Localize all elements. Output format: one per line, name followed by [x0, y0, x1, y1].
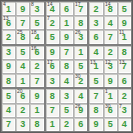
sudoku-cell-r7c8[interactable]: 11 [104, 89, 117, 102]
cell-digit: 5 [93, 77, 98, 86]
cell-digit: 3 [50, 77, 55, 86]
sudoku-cell-r5c5[interactable]: 8 [60, 60, 73, 73]
cell-digit: 8 [78, 19, 83, 28]
sudoku-cell-r7c1[interactable]: 5 [2, 89, 15, 102]
cell-digit: 8 [6, 77, 11, 86]
sudoku-cell-r6c2[interactable]: 1 [16, 74, 29, 87]
cell-digit: 2 [93, 5, 98, 14]
cage-sum-label: 30 [75, 74, 81, 79]
cell-digit: 5 [108, 120, 113, 129]
sudoku-cell-r5c2[interactable]: 4 [16, 60, 29, 73]
sudoku-cell-r2c9[interactable]: 9 [118, 16, 131, 29]
cage-sum-label: 14 [47, 2, 53, 7]
sudoku-block-r3c2: 83475269126 [46, 89, 88, 131]
sudoku-cell-r2c6[interactable]: 8 [74, 16, 87, 29]
cell-digit: 3 [93, 19, 98, 28]
cell-digit: 4 [122, 120, 127, 129]
sudoku-cell-r6c3[interactable]: 7 [30, 74, 43, 87]
sudoku-cell-r7c2[interactable]: 206 [16, 89, 29, 102]
sudoku-cell-r9c4[interactable]: 1 [46, 118, 59, 131]
cell-digit: 1 [6, 5, 11, 14]
cell-digit: 2 [122, 92, 127, 101]
cell-digit: 3 [20, 120, 25, 129]
cell-digit: 7 [108, 33, 113, 42]
sudoku-cell-r7c3[interactable]: 9 [30, 89, 43, 102]
sudoku-cell-r4c3[interactable]: 166 [30, 46, 43, 59]
sudoku-cell-r8c3[interactable]: 1 [30, 104, 43, 117]
cage-sum-label: 4 [3, 2, 6, 7]
sudoku-cell-r7c4[interactable]: 8 [46, 89, 59, 102]
sudoku-cell-r8c6[interactable]: 269 [74, 104, 87, 117]
cage-sum-label: 16 [31, 46, 37, 51]
cell-digit: 9 [35, 92, 40, 101]
cage-sum-label: 7 [47, 16, 50, 21]
cell-digit: 7 [50, 106, 55, 115]
sudoku-cell-r9c7[interactable]: 9 [89, 118, 102, 131]
sudoku-cell-r9c3[interactable]: 8 [30, 118, 43, 131]
cell-digit: 7 [20, 19, 25, 28]
sudoku-cell-r1c7[interactable]: 2 [89, 2, 102, 15]
sudoku-cell-r9c8[interactable]: 5 [104, 118, 117, 131]
sudoku-cell-r6c9[interactable]: 6 [118, 74, 131, 87]
cell-digit: 1 [108, 92, 113, 101]
sudoku-cell-r1c3[interactable]: 83 [30, 2, 43, 15]
cell-digit: 9 [122, 19, 127, 28]
sudoku-cell-r5c8[interactable]: 123 [104, 60, 117, 73]
sudoku-cell-r4c9[interactable]: 8 [118, 46, 131, 59]
sudoku-cell-r2c3[interactable]: 5 [30, 16, 43, 29]
cell-digit: 6 [122, 77, 127, 86]
cell-digit: 6 [93, 33, 98, 42]
sudoku-cell-r5c9[interactable]: 137 [118, 60, 131, 73]
sudoku-cell-r1c1[interactable]: 41 [2, 2, 15, 15]
cell-digit: 8 [50, 92, 55, 101]
sudoku-cell-r2c2[interactable]: 7 [16, 16, 29, 29]
sudoku-cell-r3c4[interactable]: 5 [46, 30, 59, 43]
sudoku-block-r3c1: 52069421738 [2, 89, 44, 131]
sudoku-cell-r5c7[interactable]: 131 [89, 60, 102, 73]
cage-sum-label: 30 [105, 104, 111, 109]
cell-digit: 3 [6, 48, 11, 57]
sudoku-cell-r8c4[interactable]: 7 [46, 104, 59, 117]
sudoku-cell-r8c7[interactable]: 8 [89, 104, 102, 117]
sudoku-cell-r2c1[interactable]: 136 [2, 16, 15, 29]
sudoku-block-r1c2: 1446177721859263 [46, 2, 88, 44]
sudoku-block-r1c3: 2148534967111 [89, 2, 131, 44]
sudoku-cell-r6c8[interactable]: 9 [104, 74, 117, 87]
sudoku-cell-r4c8[interactable]: 2 [104, 46, 117, 59]
cell-digit: 1 [78, 48, 83, 57]
cell-digit: 7 [6, 120, 11, 129]
sudoku-cell-r4c2[interactable]: 5 [16, 46, 29, 59]
cell-digit: 7 [93, 92, 98, 101]
sudoku-cell-r3c3[interactable]: 184 [30, 30, 43, 43]
sudoku-block-r2c3: 428131123137596 [89, 46, 131, 88]
sudoku-cell-r7c7[interactable]: 7 [89, 89, 102, 102]
sudoku-cell-r7c9[interactable]: 2 [118, 89, 131, 102]
sudoku-cell-r5c6[interactable]: 5 [74, 60, 87, 73]
sudoku-cell-r5c1[interactable]: 9 [2, 60, 15, 73]
sudoku-cell-r2c5[interactable]: 1 [60, 16, 73, 29]
sudoku-cell-r5c3[interactable]: 2 [30, 60, 43, 73]
cell-digit: 4 [64, 77, 69, 86]
sudoku-cell-r8c8[interactable]: 306 [104, 104, 117, 117]
sudoku-cell-r9c2[interactable]: 3 [16, 118, 29, 131]
cell-digit: 4 [108, 19, 113, 28]
cell-digit: 2 [64, 120, 69, 129]
cell-digit: 1 [35, 106, 40, 115]
cell-digit: 9 [93, 120, 98, 129]
sudoku-cell-r4c6[interactable]: 1 [74, 46, 87, 59]
cage-sum-label: 13 [119, 60, 125, 65]
cell-digit: 5 [64, 106, 69, 115]
sudoku-cell-r3c2[interactable]: 258 [16, 30, 29, 43]
cell-digit: 6 [64, 5, 69, 14]
sudoku-cell-r2c8[interactable]: 4 [104, 16, 117, 29]
cage-sum-label: 26 [75, 104, 81, 109]
sudoku-cell-r7c5[interactable]: 3 [60, 89, 73, 102]
sudoku-cell-r4c4[interactable]: 9 [46, 46, 59, 59]
cell-digit: 7 [35, 77, 40, 86]
cell-digit: 8 [35, 120, 40, 129]
cage-sum-label: 14 [105, 2, 111, 7]
sudoku-cell-r3c1[interactable]: 2 [2, 30, 15, 43]
cell-digit: 1 [20, 77, 25, 86]
cell-digit: 3 [64, 92, 69, 101]
sudoku-cell-r1c4[interactable]: 144 [46, 2, 59, 15]
sudoku-cell-r8c9[interactable]: 73 [118, 104, 131, 117]
sudoku-cell-r9c9[interactable]: 4 [118, 118, 131, 131]
cage-sum-label: 1 [105, 89, 108, 94]
cage-sum-label: 17 [75, 2, 81, 7]
sudoku-cell-r6c7[interactable]: 5 [89, 74, 102, 87]
cell-digit: 4 [93, 48, 98, 57]
cell-digit: 5 [35, 19, 40, 28]
sudoku-cell-r2c4[interactable]: 72 [46, 16, 59, 29]
cage-sum-label: 11 [119, 30, 124, 35]
sudoku-cell-r3c6[interactable]: 263 [74, 30, 87, 43]
cell-digit: 4 [6, 106, 11, 115]
cell-digit: 2 [50, 19, 55, 28]
cell-digit: 2 [6, 33, 11, 42]
cell-digit: 2 [108, 48, 113, 57]
cell-digit: 5 [20, 48, 25, 57]
cage-sum-label: 12 [105, 60, 111, 65]
cell-digit: 6 [78, 120, 83, 129]
cage-sum-label: 25 [17, 30, 23, 35]
sudoku-cell-r1c2[interactable]: 9 [16, 2, 29, 15]
cell-digit: 5 [50, 33, 55, 42]
cage-sum-label: 7 [119, 104, 122, 109]
cell-digit: 1 [50, 120, 55, 129]
cell-digit: 5 [6, 92, 11, 101]
cell-digit: 1 [64, 19, 69, 28]
cage-sum-label: 18 [31, 30, 37, 35]
cell-digit: 8 [122, 48, 127, 57]
cage-sum-label: 8 [31, 2, 34, 7]
sudoku-cell-r8c5[interactable]: 5 [60, 104, 73, 117]
sudoku-cell-r7c6[interactable]: 4 [74, 89, 87, 102]
sudoku-cell-r8c2[interactable]: 2 [16, 104, 29, 117]
cage-sum-label: 13 [90, 60, 96, 65]
cell-digit: 5 [122, 5, 127, 14]
sudoku-cell-r1c8[interactable]: 148 [104, 2, 117, 15]
cell-digit: 4 [20, 62, 25, 71]
cell-digit: 4 [78, 92, 83, 101]
sudoku-cell-r9c6[interactable]: 6 [74, 118, 87, 131]
sudoku-cell-r4c7[interactable]: 4 [89, 46, 102, 59]
cell-digit: 8 [64, 62, 69, 71]
sudoku-block-r3c3: 7112830673954 [89, 89, 131, 131]
sudoku-cell-r3c7[interactable]: 6 [89, 30, 102, 43]
sudoku-cell-r1c6[interactable]: 177 [74, 2, 87, 15]
sudoku-cell-r8c1[interactable]: 4 [2, 104, 15, 117]
cell-digit: 9 [6, 62, 11, 71]
cell-digit: 7 [64, 48, 69, 57]
sudoku-cell-r2c7[interactable]: 3 [89, 16, 102, 29]
cage-sum-label: 13 [3, 16, 9, 21]
cell-digit: 5 [78, 62, 83, 71]
sudoku-cell-r9c1[interactable]: 7 [2, 118, 15, 131]
sudoku-cell-r6c4[interactable]: 3 [46, 74, 59, 87]
sudoku-cell-r3c5[interactable]: 9 [60, 30, 73, 43]
cell-digit: 2 [20, 106, 25, 115]
sudoku-block-r2c1: 35166942817 [2, 46, 44, 88]
cell-digit: 9 [108, 77, 113, 86]
cell-digit: 8 [93, 106, 98, 115]
cell-digit: 3 [35, 5, 40, 14]
sudoku-cell-r3c9[interactable]: 111 [118, 30, 131, 43]
sudoku-cell-r1c5[interactable]: 6 [60, 2, 73, 15]
cage-sum-label: 26 [75, 30, 81, 35]
sudoku-cell-r6c1[interactable]: 8 [2, 74, 15, 87]
sudoku-cell-r6c5[interactable]: 4 [60, 74, 73, 87]
sudoku-cell-r9c5[interactable]: 2 [60, 118, 73, 131]
sudoku-cell-r5c4[interactable]: 176 [46, 60, 59, 73]
sudoku-cell-r1c9[interactable]: 5 [118, 2, 131, 15]
sudoku-block-r2c2: 9711768534302 [46, 46, 88, 88]
cage-sum-label: 17 [47, 60, 53, 65]
cell-digit: 3 [122, 106, 127, 115]
cell-digit: 9 [50, 48, 55, 57]
sudoku-cell-r4c1[interactable]: 3 [2, 46, 15, 59]
sudoku-cell-r3c8[interactable]: 7 [104, 30, 117, 43]
sudoku-cell-r4c5[interactable]: 7 [60, 46, 73, 59]
sudoku-cell-r6c6[interactable]: 302 [74, 74, 87, 87]
cell-digit: 2 [35, 62, 40, 71]
cell-digit: 9 [64, 33, 69, 42]
sudoku-board: 4198313675225818414461777218592632148534… [0, 0, 133, 133]
sudoku-block-r1c1: 41983136752258184 [2, 2, 44, 44]
cell-digit: 9 [20, 5, 25, 14]
cage-sum-label: 20 [17, 89, 23, 94]
